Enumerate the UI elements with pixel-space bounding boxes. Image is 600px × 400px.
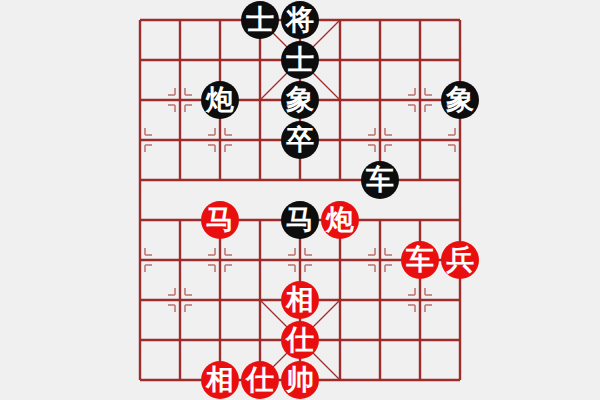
xiangqi-board: 士将士炮象象卒车马马炮车兵相仕相仕帅 [120,0,480,400]
piece-black-general[interactable]: 将 [281,1,319,39]
piece-red-cannon[interactable]: 炮 [321,201,359,239]
piece-black-advisor-2[interactable]: 士 [281,41,319,79]
piece-black-elephant-2[interactable]: 象 [441,81,479,119]
piece-red-advisor-1[interactable]: 仕 [281,321,319,359]
pieces-layer: 士将士炮象象卒车马马炮车兵相仕相仕帅 [120,0,480,400]
piece-black-advisor-1[interactable]: 士 [241,1,279,39]
piece-red-elephant-1[interactable]: 相 [281,281,319,319]
piece-red-advisor-2[interactable]: 仕 [241,361,279,399]
piece-red-chariot[interactable]: 车 [401,241,439,279]
piece-black-soldier[interactable]: 卒 [281,121,319,159]
piece-black-cannon[interactable]: 炮 [201,81,239,119]
xiangqi-screenshot: 士将士炮象象卒车马马炮车兵相仕相仕帅 [0,0,600,400]
piece-red-elephant-2[interactable]: 相 [201,361,239,399]
piece-black-chariot[interactable]: 车 [361,161,399,199]
piece-black-elephant-1[interactable]: 象 [281,81,319,119]
piece-black-horse[interactable]: 马 [281,201,319,239]
piece-red-horse[interactable]: 马 [201,201,239,239]
piece-red-general[interactable]: 帅 [281,361,319,399]
piece-red-soldier[interactable]: 兵 [441,241,479,279]
